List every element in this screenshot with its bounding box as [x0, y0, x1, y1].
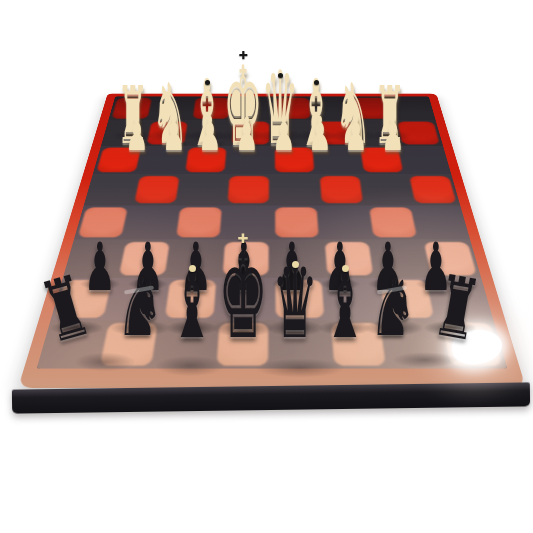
pieces-layer: ♜♞♝♚✚♛♝♞♜♟♟♟♟♟♟♟♟♟♟♟♟♟♟♟♟♜♞♝♚✚♛♝♞♜: [0, 0, 533, 533]
chess-photo-scene: ♜♞♝♚✚♛♝♞♜♟♟♟♟♟♟♟♟♟♟♟♟♟♟♟♟♜♞♝♚✚♛♝♞♜: [0, 0, 533, 533]
black-rook-a8[interactable]: ♜: [411, 259, 504, 356]
white-pawn-a2[interactable]: ♟: [353, 111, 433, 158]
